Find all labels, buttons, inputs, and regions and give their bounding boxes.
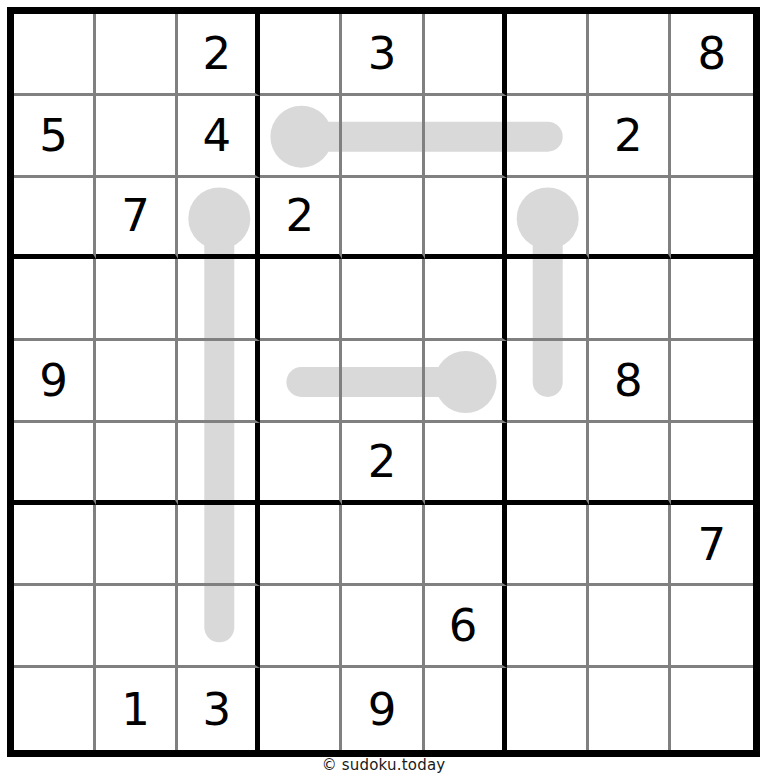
cell-r4c6[interactable] [425,259,507,341]
cell-r5c9[interactable] [671,341,753,423]
cell-r5c3[interactable] [178,341,260,423]
cell-r3c4[interactable]: 2 [260,178,342,260]
cell-r9c3[interactable]: 3 [178,668,260,750]
cell-r1c2[interactable] [96,14,178,96]
cell-r7c9[interactable]: 7 [671,505,753,587]
cell-r6c8[interactable] [589,423,671,505]
cell-r7c8[interactable] [589,505,671,587]
cell-r1c4[interactable] [260,14,342,96]
cell-r3c8[interactable] [589,178,671,260]
cell-r3c6[interactable] [425,178,507,260]
sudoku-grid: 2385427298276139 [14,14,753,750]
cell-r5c8[interactable]: 8 [589,341,671,423]
cell-r9c2[interactable]: 1 [96,668,178,750]
cell-r4c8[interactable] [589,259,671,341]
cell-r3c5[interactable] [342,178,424,260]
cell-r2c8[interactable]: 2 [589,96,671,178]
cell-r3c2[interactable]: 7 [96,178,178,260]
cell-r5c5[interactable] [342,341,424,423]
cell-r9c5[interactable]: 9 [342,668,424,750]
cell-r3c9[interactable] [671,178,753,260]
cell-r3c7[interactable] [507,178,589,260]
cell-r4c5[interactable] [342,259,424,341]
cell-r7c7[interactable] [507,505,589,587]
cell-r9c8[interactable] [589,668,671,750]
cell-r2c4[interactable] [260,96,342,178]
cell-r5c2[interactable] [96,341,178,423]
cell-r4c4[interactable] [260,259,342,341]
cell-r7c3[interactable] [178,505,260,587]
cell-r4c9[interactable] [671,259,753,341]
cell-r6c5[interactable]: 2 [342,423,424,505]
cell-r6c4[interactable] [260,423,342,505]
sudoku-board: 2385427298276139 [7,7,760,757]
cell-r2c6[interactable] [425,96,507,178]
cell-r7c4[interactable] [260,505,342,587]
cell-r9c6[interactable] [425,668,507,750]
cell-r6c1[interactable] [14,423,96,505]
cell-r8c5[interactable] [342,586,424,668]
cell-r6c2[interactable] [96,423,178,505]
cell-r2c1[interactable]: 5 [14,96,96,178]
cell-r9c9[interactable] [671,668,753,750]
cell-r8c1[interactable] [14,586,96,668]
cell-r1c9[interactable]: 8 [671,14,753,96]
cell-r5c6[interactable] [425,341,507,423]
cell-r4c2[interactable] [96,259,178,341]
cell-r6c7[interactable] [507,423,589,505]
cell-r7c1[interactable] [14,505,96,587]
cell-r4c1[interactable] [14,259,96,341]
cell-r4c7[interactable] [507,259,589,341]
cell-r2c5[interactable] [342,96,424,178]
cell-r8c7[interactable] [507,586,589,668]
cell-r2c2[interactable] [96,96,178,178]
cell-r2c3[interactable]: 4 [178,96,260,178]
cell-r5c1[interactable]: 9 [14,341,96,423]
cell-r8c4[interactable] [260,586,342,668]
cell-r8c9[interactable] [671,586,753,668]
cell-r7c6[interactable] [425,505,507,587]
cell-r1c1[interactable] [14,14,96,96]
cell-r1c7[interactable] [507,14,589,96]
cell-r6c6[interactable] [425,423,507,505]
cell-r3c3[interactable] [178,178,260,260]
cell-r8c3[interactable] [178,586,260,668]
cell-r8c8[interactable] [589,586,671,668]
cell-r4c3[interactable] [178,259,260,341]
cell-r5c7[interactable] [507,341,589,423]
copyright-watermark: © sudoku.today [7,756,760,774]
cell-r6c3[interactable] [178,423,260,505]
cell-r7c5[interactable] [342,505,424,587]
cell-r8c2[interactable] [96,586,178,668]
cell-r6c9[interactable] [671,423,753,505]
cell-r1c5[interactable]: 3 [342,14,424,96]
cell-r9c7[interactable] [507,668,589,750]
cell-r9c1[interactable] [14,668,96,750]
cell-r9c4[interactable] [260,668,342,750]
cell-r2c7[interactable] [507,96,589,178]
cell-r3c1[interactable] [14,178,96,260]
cell-r7c2[interactable] [96,505,178,587]
cell-r1c6[interactable] [425,14,507,96]
cell-r8c6[interactable]: 6 [425,586,507,668]
sudoku-page: 2385427298276139 © sudoku.today [0,0,767,777]
cell-r1c3[interactable]: 2 [178,14,260,96]
cell-r1c8[interactable] [589,14,671,96]
cell-r2c9[interactable] [671,96,753,178]
cell-r5c4[interactable] [260,341,342,423]
